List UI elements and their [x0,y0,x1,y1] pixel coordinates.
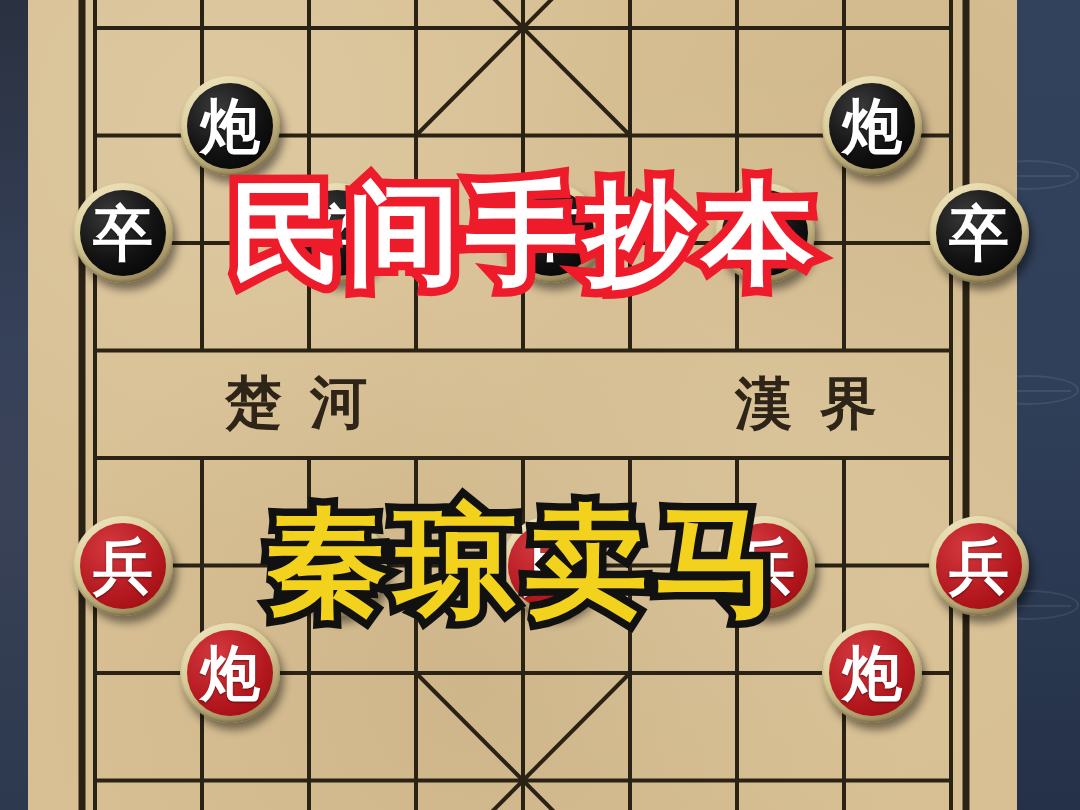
piece-red-cannon-b8[interactable]: 炮 [180,623,280,723]
piece-red-soldier-i7[interactable]: 兵 [929,516,1029,616]
piece-grid: 炮炮卒卒卒卒卒兵兵兵兵兵炮炮 [70,0,1033,810]
piece-face: 卒 [936,190,1022,276]
piece-glyph: 兵 [949,536,1009,596]
piece-face: 炮 [829,630,915,716]
piece-glyph: 炮 [842,643,902,703]
piece-glyph: 炮 [200,643,260,703]
caption-folk-manuscript: 民间手抄本 民间手抄本 [230,170,820,299]
piece-glyph: 卒 [949,203,1009,263]
piece-black-soldier-i4[interactable]: 卒 [929,183,1029,283]
piece-glyph: 炮 [842,96,902,156]
piece-black-cannon-h3[interactable]: 炮 [822,76,922,176]
piece-red-soldier-a7[interactable]: 兵 [73,516,173,616]
caption-fill-layer: 民间手抄本 [230,171,820,296]
letterbox-bar-left [0,0,28,810]
piece-glyph: 兵 [93,536,153,596]
piece-face: 炮 [187,83,273,169]
caption-fill-layer: 秦琼卖马 [265,494,785,630]
video-frame: 楚河 漢界 炮炮卒卒卒卒卒兵兵兵兵兵炮炮 民间手抄本 民间手抄本 秦琼卖马 秦琼… [0,0,1080,810]
piece-black-soldier-a4[interactable]: 卒 [73,183,173,283]
piece-face: 卒 [80,190,166,276]
piece-glyph: 炮 [200,96,260,156]
caption-qin-qiong-sells-horse: 秦琼卖马 秦琼卖马 [265,492,785,632]
piece-glyph: 卒 [93,203,153,263]
piece-red-cannon-h8[interactable]: 炮 [822,623,922,723]
piece-face: 兵 [80,523,166,609]
xiangqi-board: 楚河 漢界 炮炮卒卒卒卒卒兵兵兵兵兵炮炮 [28,0,1017,810]
piece-black-cannon-b3[interactable]: 炮 [180,76,280,176]
piece-face: 炮 [187,630,273,716]
piece-face: 炮 [829,83,915,169]
piece-face: 兵 [936,523,1022,609]
